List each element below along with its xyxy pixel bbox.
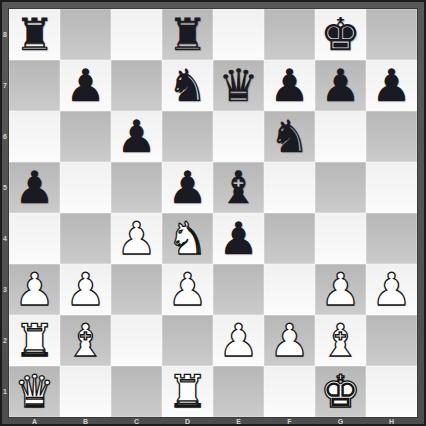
square-d8[interactable]: ♜ — [162, 9, 213, 60]
square-h8[interactable] — [366, 9, 417, 60]
square-b7[interactable]: ♟ — [60, 60, 111, 111]
black-pawn-h7-piece[interactable]: ♟ — [366, 60, 417, 111]
square-f2[interactable]: ♟ — [264, 315, 315, 366]
square-c4[interactable]: ♟ — [111, 213, 162, 264]
square-e1[interactable] — [213, 366, 264, 417]
square-g2[interactable]: ♝ — [315, 315, 366, 366]
square-f7[interactable]: ♟ — [264, 60, 315, 111]
square-d3[interactable]: ♟ — [162, 264, 213, 315]
square-e4[interactable]: ♟ — [213, 213, 264, 264]
square-d7[interactable]: ♞ — [162, 60, 213, 111]
black-pawn-c6-piece[interactable]: ♟ — [111, 111, 162, 162]
rank-label-1: 1 — [1, 366, 9, 417]
square-c6[interactable]: ♟ — [111, 111, 162, 162]
square-e6[interactable] — [213, 111, 264, 162]
square-f4[interactable] — [264, 213, 315, 264]
square-a4[interactable] — [9, 213, 60, 264]
white-pawn-d3-piece[interactable]: ♟ — [162, 264, 213, 315]
square-f1[interactable] — [264, 366, 315, 417]
file-label-e: E — [213, 417, 264, 426]
square-a3[interactable]: ♟ — [9, 264, 60, 315]
white-pawn-c4-piece[interactable]: ♟ — [111, 213, 162, 264]
white-pawn-g3-piece[interactable]: ♟ — [315, 264, 366, 315]
square-a8[interactable]: ♜ — [9, 9, 60, 60]
white-rook-a2-piece[interactable]: ♜ — [9, 315, 60, 366]
square-d2[interactable] — [162, 315, 213, 366]
white-rook-d1-piece[interactable]: ♜ — [162, 366, 213, 417]
square-e2[interactable]: ♟ — [213, 315, 264, 366]
square-c8[interactable] — [111, 9, 162, 60]
black-pawn-e4-piece[interactable]: ♟ — [213, 213, 264, 264]
square-h5[interactable] — [366, 162, 417, 213]
black-pawn-d5-piece[interactable]: ♟ — [162, 162, 213, 213]
chess-board: ♜♜♚♟♞♛♟♟♟♟♞♟♟♝♟♞♟♟♟♟♟♟♜♝♟♟♝♛♜♚ — [9, 9, 417, 417]
square-b8[interactable] — [60, 9, 111, 60]
square-g8[interactable]: ♚ — [315, 9, 366, 60]
square-b6[interactable] — [60, 111, 111, 162]
rank-label-5: 5 — [1, 162, 9, 213]
black-pawn-f7-piece[interactable]: ♟ — [264, 60, 315, 111]
square-g3[interactable]: ♟ — [315, 264, 366, 315]
rank-label-3: 3 — [1, 264, 9, 315]
square-d5[interactable]: ♟ — [162, 162, 213, 213]
square-c3[interactable] — [111, 264, 162, 315]
square-h6[interactable] — [366, 111, 417, 162]
square-h1[interactable] — [366, 366, 417, 417]
rank-label-8: 8 — [1, 9, 9, 60]
black-bishop-e5-piece[interactable]: ♝ — [213, 162, 264, 213]
square-b3[interactable]: ♟ — [60, 264, 111, 315]
square-g6[interactable] — [315, 111, 366, 162]
square-c5[interactable] — [111, 162, 162, 213]
square-b1[interactable] — [60, 366, 111, 417]
square-h7[interactable]: ♟ — [366, 60, 417, 111]
rank-label-7: 7 — [1, 60, 9, 111]
white-pawn-h3-piece[interactable]: ♟ — [366, 264, 417, 315]
square-f5[interactable] — [264, 162, 315, 213]
black-king-g8-piece[interactable]: ♚ — [315, 9, 366, 60]
square-h3[interactable]: ♟ — [366, 264, 417, 315]
white-knight-d4-piece[interactable]: ♞ — [162, 213, 213, 264]
file-label-f: F — [264, 417, 315, 426]
square-b5[interactable] — [60, 162, 111, 213]
white-bishop-b2-piece[interactable]: ♝ — [60, 315, 111, 366]
black-rook-a8-piece[interactable]: ♜ — [9, 9, 60, 60]
chess-app-window: ♜♜♚♟♞♛♟♟♟♟♞♟♟♝♟♞♟♟♟♟♟♟♜♝♟♟♝♛♜♚ 87654321 … — [0, 0, 426, 426]
square-f3[interactable] — [264, 264, 315, 315]
square-a5[interactable]: ♟ — [9, 162, 60, 213]
file-label-c: C — [111, 417, 162, 426]
square-a7[interactable] — [9, 60, 60, 111]
file-label-d: D — [162, 417, 213, 426]
square-c1[interactable] — [111, 366, 162, 417]
square-c7[interactable] — [111, 60, 162, 111]
file-label-h: H — [366, 417, 417, 426]
square-g1[interactable]: ♚ — [315, 366, 366, 417]
square-e5[interactable]: ♝ — [213, 162, 264, 213]
square-h4[interactable] — [366, 213, 417, 264]
white-bishop-g2-piece[interactable]: ♝ — [315, 315, 366, 366]
square-d1[interactable]: ♜ — [162, 366, 213, 417]
square-c2[interactable] — [111, 315, 162, 366]
white-king-g1-piece[interactable]: ♚ — [315, 366, 366, 417]
white-queen-a1-piece[interactable]: ♛ — [9, 366, 60, 417]
rank-label-6: 6 — [1, 111, 9, 162]
square-b2[interactable]: ♝ — [60, 315, 111, 366]
black-pawn-a5-piece[interactable]: ♟ — [9, 162, 60, 213]
square-g4[interactable] — [315, 213, 366, 264]
black-pawn-g7-piece[interactable]: ♟ — [315, 60, 366, 111]
square-g5[interactable] — [315, 162, 366, 213]
square-e7[interactable]: ♛ — [213, 60, 264, 111]
square-h2[interactable] — [366, 315, 417, 366]
white-pawn-a3-piece[interactable]: ♟ — [9, 264, 60, 315]
square-a1[interactable]: ♛ — [9, 366, 60, 417]
square-e3[interactable] — [213, 264, 264, 315]
square-e8[interactable] — [213, 9, 264, 60]
square-d6[interactable] — [162, 111, 213, 162]
black-rook-d8-piece[interactable]: ♜ — [162, 9, 213, 60]
square-f8[interactable] — [264, 9, 315, 60]
square-d4[interactable]: ♞ — [162, 213, 213, 264]
file-label-b: B — [60, 417, 111, 426]
black-knight-d7-piece[interactable]: ♞ — [162, 60, 213, 111]
black-knight-f6-piece[interactable]: ♞ — [264, 111, 315, 162]
square-f6[interactable]: ♞ — [264, 111, 315, 162]
rank-label-4: 4 — [1, 213, 9, 264]
white-pawn-b3-piece[interactable]: ♟ — [60, 264, 111, 315]
black-pawn-b7-piece[interactable]: ♟ — [60, 60, 111, 111]
square-g7[interactable]: ♟ — [315, 60, 366, 111]
file-label-g: G — [315, 417, 366, 426]
square-b4[interactable] — [60, 213, 111, 264]
rank-label-2: 2 — [1, 315, 9, 366]
white-pawn-f2-piece[interactable]: ♟ — [264, 315, 315, 366]
black-queen-e7-piece[interactable]: ♛ — [213, 60, 264, 111]
square-a6[interactable] — [9, 111, 60, 162]
white-pawn-e2-piece[interactable]: ♟ — [213, 315, 264, 366]
file-label-a: A — [9, 417, 60, 426]
square-a2[interactable]: ♜ — [9, 315, 60, 366]
